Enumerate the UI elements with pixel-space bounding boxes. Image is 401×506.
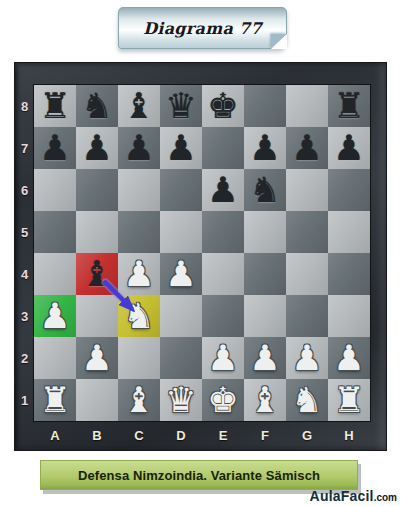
square-h2: ♟ xyxy=(328,337,370,379)
piece-black-knight-b8: ♞ xyxy=(81,85,112,127)
square-d6 xyxy=(160,169,202,211)
piece-white-pawn-c4: ♟ xyxy=(123,253,154,295)
brand-name: AulaFacil xyxy=(310,488,374,504)
square-b5 xyxy=(76,211,118,253)
square-d5 xyxy=(160,211,202,253)
square-c3: ♞ xyxy=(118,295,160,337)
square-h3 xyxy=(328,295,370,337)
piece-white-pawn-h2: ♟ xyxy=(333,337,364,379)
piece-black-bishop-c8: ♝ xyxy=(123,85,154,127)
square-d4: ♟ xyxy=(160,253,202,295)
square-a6 xyxy=(34,169,76,211)
square-f8 xyxy=(244,85,286,127)
square-c7: ♟ xyxy=(118,127,160,169)
piece-white-king-e1: ♚ xyxy=(207,379,238,421)
square-a5 xyxy=(34,211,76,253)
rank-label-6: 6 xyxy=(15,169,34,211)
square-f5 xyxy=(244,211,286,253)
square-e6: ♟ xyxy=(202,169,244,211)
piece-black-rook-a8: ♜ xyxy=(39,85,70,127)
square-d2 xyxy=(160,337,202,379)
piece-black-pawn-b7: ♟ xyxy=(81,127,112,169)
file-label-d: D xyxy=(160,420,202,450)
square-d8: ♛ xyxy=(160,85,202,127)
piece-black-king-e8: ♚ xyxy=(207,85,238,127)
piece-black-pawn-g7: ♟ xyxy=(291,127,322,169)
square-b4: ♝ xyxy=(76,253,118,295)
piece-white-rook-a1: ♜ xyxy=(39,379,70,421)
square-f3 xyxy=(244,295,286,337)
square-b3 xyxy=(76,295,118,337)
piece-black-pawn-e6: ♟ xyxy=(207,169,238,211)
rank-label-5: 5 xyxy=(15,211,34,253)
brand-tld: .com xyxy=(374,492,397,503)
piece-black-rook-h8: ♜ xyxy=(333,85,364,127)
square-f1: ♝ xyxy=(244,379,286,421)
opening-caption: Defensa Nimzoindia. Variante Sämisch xyxy=(78,468,320,483)
piece-black-pawn-h7: ♟ xyxy=(333,127,364,169)
file-label-e: E xyxy=(202,420,244,450)
square-h5 xyxy=(328,211,370,253)
rank-label-4: 4 xyxy=(15,253,34,295)
square-f7: ♟ xyxy=(244,127,286,169)
square-c1: ♝ xyxy=(118,379,160,421)
square-c5 xyxy=(118,211,160,253)
piece-black-pawn-c7: ♟ xyxy=(123,127,154,169)
file-label-b: B xyxy=(76,420,118,450)
file-label-g: G xyxy=(286,420,328,450)
chessboard: 87654321 ♜♞♝♛♚♜♟♟♟♟♟♟♟♟♞♝♟♟♟♞♟♟♟♟♟♜♝♛♚♝♞… xyxy=(14,62,387,451)
diagram-title-plaque: Diagrama 77 xyxy=(118,7,287,49)
file-labels: ABCDEFGH xyxy=(34,420,370,450)
square-g5 xyxy=(286,211,328,253)
square-b7: ♟ xyxy=(76,127,118,169)
square-e7 xyxy=(202,127,244,169)
square-g1: ♞ xyxy=(286,379,328,421)
square-g4 xyxy=(286,253,328,295)
piece-white-pawn-g2: ♟ xyxy=(291,337,322,379)
square-f6: ♞ xyxy=(244,169,286,211)
square-c6 xyxy=(118,169,160,211)
square-e1: ♚ xyxy=(202,379,244,421)
square-c2 xyxy=(118,337,160,379)
square-d3 xyxy=(160,295,202,337)
board-grid: ♜♞♝♛♚♜♟♟♟♟♟♟♟♟♞♝♟♟♟♞♟♟♟♟♟♜♝♛♚♝♞♜ xyxy=(34,85,370,421)
piece-white-rook-h1: ♜ xyxy=(333,379,364,421)
caption-banner: Defensa Nimzoindia. Variante Sämisch xyxy=(40,460,358,490)
square-c4: ♟ xyxy=(118,253,160,295)
square-h1: ♜ xyxy=(328,379,370,421)
square-d7: ♟ xyxy=(160,127,202,169)
rank-label-3: 3 xyxy=(15,295,34,337)
square-h7: ♟ xyxy=(328,127,370,169)
square-g8 xyxy=(286,85,328,127)
square-h8: ♜ xyxy=(328,85,370,127)
square-b6 xyxy=(76,169,118,211)
square-f4 xyxy=(244,253,286,295)
piece-black-queen-d8: ♛ xyxy=(165,85,196,127)
rank-label-8: 8 xyxy=(15,85,34,127)
rank-label-7: 7 xyxy=(15,127,34,169)
square-b8: ♞ xyxy=(76,85,118,127)
piece-white-bishop-c1: ♝ xyxy=(123,379,154,421)
piece-white-pawn-d4: ♟ xyxy=(165,253,196,295)
square-e2: ♟ xyxy=(202,337,244,379)
file-label-c: C xyxy=(118,420,160,450)
piece-white-pawn-f2: ♟ xyxy=(249,337,280,379)
square-e4 xyxy=(202,253,244,295)
piece-black-pawn-a7: ♟ xyxy=(39,127,70,169)
square-b1 xyxy=(76,379,118,421)
square-h4 xyxy=(328,253,370,295)
square-g2: ♟ xyxy=(286,337,328,379)
square-g6 xyxy=(286,169,328,211)
piece-black-knight-f6: ♞ xyxy=(249,169,280,211)
piece-white-queen-d1: ♛ xyxy=(165,379,196,421)
file-label-f: F xyxy=(244,420,286,450)
piece-black-bishop-b4: ♝ xyxy=(81,253,112,295)
square-a8: ♜ xyxy=(34,85,76,127)
square-e3 xyxy=(202,295,244,337)
piece-black-pawn-d7: ♟ xyxy=(165,127,196,169)
piece-white-bishop-f1: ♝ xyxy=(249,379,280,421)
square-a4 xyxy=(34,253,76,295)
square-g7: ♟ xyxy=(286,127,328,169)
piece-white-pawn-b2: ♟ xyxy=(81,337,112,379)
file-label-h: H xyxy=(328,420,370,450)
square-d1: ♛ xyxy=(160,379,202,421)
rank-labels: 87654321 xyxy=(15,85,34,421)
square-a3: ♟ xyxy=(34,295,76,337)
piece-white-knight-g1: ♞ xyxy=(291,379,322,421)
rank-label-2: 2 xyxy=(15,337,34,379)
piece-white-pawn-e2: ♟ xyxy=(207,337,238,379)
square-a2 xyxy=(34,337,76,379)
piece-black-pawn-f7: ♟ xyxy=(249,127,280,169)
square-a7: ♟ xyxy=(34,127,76,169)
diagram-title: Diagrama 77 xyxy=(143,19,262,38)
square-h6 xyxy=(328,169,370,211)
square-f2: ♟ xyxy=(244,337,286,379)
aulafacil-logo[interactable]: AulaFacil .com xyxy=(310,488,397,504)
rank-label-1: 1 xyxy=(15,379,34,421)
file-label-a: A xyxy=(34,420,76,450)
square-c8: ♝ xyxy=(118,85,160,127)
piece-white-knight-c3: ♞ xyxy=(123,295,154,337)
piece-white-pawn-a3: ♟ xyxy=(39,295,70,337)
square-e8: ♚ xyxy=(202,85,244,127)
square-a1: ♜ xyxy=(34,379,76,421)
square-g3 xyxy=(286,295,328,337)
square-b2: ♟ xyxy=(76,337,118,379)
square-e5 xyxy=(202,211,244,253)
